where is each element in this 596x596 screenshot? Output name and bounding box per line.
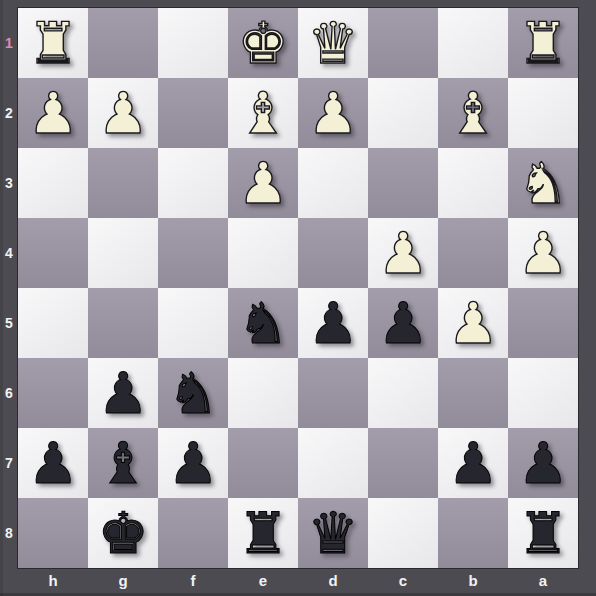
square-h7[interactable]: ♟	[18, 428, 88, 498]
black-king-g8[interactable]: ♚	[97, 498, 148, 568]
square-b8[interactable]	[438, 498, 508, 568]
square-a8[interactable]: ♜	[508, 498, 578, 568]
white-queen-d1[interactable]: ♛	[307, 8, 358, 78]
white-pawn-h2[interactable]: ♟	[27, 78, 78, 148]
white-knight-a3[interactable]: ♞	[517, 148, 568, 218]
file-label-g: g	[88, 569, 158, 591]
square-d1[interactable]: ♛	[298, 8, 368, 78]
square-e5[interactable]: ♞	[228, 288, 298, 358]
square-c8[interactable]	[368, 498, 438, 568]
square-f6[interactable]: ♞	[158, 358, 228, 428]
square-b6[interactable]	[438, 358, 508, 428]
square-g5[interactable]	[88, 288, 158, 358]
square-g2[interactable]: ♟	[88, 78, 158, 148]
white-bishop-b2[interactable]: ♝	[447, 78, 498, 148]
square-e6[interactable]	[228, 358, 298, 428]
square-d5[interactable]: ♟	[298, 288, 368, 358]
square-a5[interactable]	[508, 288, 578, 358]
square-d2[interactable]: ♟	[298, 78, 368, 148]
file-coordinates: hgfedcba	[18, 568, 578, 596]
square-d3[interactable]	[298, 148, 368, 218]
square-f1[interactable]	[158, 8, 228, 78]
square-g7[interactable]: ♝	[88, 428, 158, 498]
rank-label-7: 7	[0, 428, 18, 498]
square-g3[interactable]	[88, 148, 158, 218]
square-g8[interactable]: ♚	[88, 498, 158, 568]
square-e2[interactable]: ♝	[228, 78, 298, 148]
square-g4[interactable]	[88, 218, 158, 288]
rank-label-6: 6	[0, 358, 18, 428]
square-h5[interactable]	[18, 288, 88, 358]
black-pawn-g6[interactable]: ♟	[97, 358, 148, 428]
square-g1[interactable]	[88, 8, 158, 78]
chess-board: ♜♚♛♜♟♟♝♟♝♟♞♟♟♞♟♟♟♟♞♟♝♟♟♟♚♜♛♜	[18, 8, 578, 568]
square-e8[interactable]: ♜	[228, 498, 298, 568]
square-h8[interactable]	[18, 498, 88, 568]
white-king-e1[interactable]: ♚	[237, 8, 288, 78]
black-pawn-d5[interactable]: ♟	[307, 288, 358, 358]
square-h1[interactable]: ♜	[18, 8, 88, 78]
square-c1[interactable]	[368, 8, 438, 78]
black-knight-f6[interactable]: ♞	[167, 358, 218, 428]
rank-coordinates: 12345678	[0, 8, 18, 568]
square-e7[interactable]	[228, 428, 298, 498]
rank-label-2: 2	[0, 78, 18, 148]
square-a3[interactable]: ♞	[508, 148, 578, 218]
square-a7[interactable]: ♟	[508, 428, 578, 498]
square-c4[interactable]: ♟	[368, 218, 438, 288]
square-f2[interactable]	[158, 78, 228, 148]
file-label-e: e	[228, 569, 298, 591]
square-b2[interactable]: ♝	[438, 78, 508, 148]
rank-label-8: 8	[0, 498, 18, 568]
file-label-d: d	[298, 569, 368, 591]
white-pawn-b5[interactable]: ♟	[447, 288, 498, 358]
square-g6[interactable]: ♟	[88, 358, 158, 428]
square-f8[interactable]	[158, 498, 228, 568]
square-b4[interactable]	[438, 218, 508, 288]
file-label-a: a	[508, 569, 578, 591]
square-b3[interactable]	[438, 148, 508, 218]
square-d6[interactable]	[298, 358, 368, 428]
black-rook-e8[interactable]: ♜	[237, 498, 288, 568]
square-c5[interactable]: ♟	[368, 288, 438, 358]
square-a2[interactable]	[508, 78, 578, 148]
white-pawn-c4[interactable]: ♟	[377, 218, 428, 288]
white-rook-a1[interactable]: ♜	[517, 8, 568, 78]
chess-app: 12345678 ♜♚♛♜♟♟♝♟♝♟♞♟♟♞♟♟♟♟♞♟♝♟♟♟♚♜♛♜ hg…	[0, 0, 596, 596]
square-e3[interactable]: ♟	[228, 148, 298, 218]
white-bishop-e2[interactable]: ♝	[237, 78, 288, 148]
square-h2[interactable]: ♟	[18, 78, 88, 148]
square-f5[interactable]	[158, 288, 228, 358]
square-d4[interactable]	[298, 218, 368, 288]
black-rook-a8[interactable]: ♜	[517, 498, 568, 568]
square-b1[interactable]	[438, 8, 508, 78]
square-a1[interactable]: ♜	[508, 8, 578, 78]
black-knight-e5[interactable]: ♞	[237, 288, 288, 358]
square-e1[interactable]: ♚	[228, 8, 298, 78]
file-label-h: h	[18, 569, 88, 591]
white-pawn-a4[interactable]: ♟	[517, 218, 568, 288]
rank-label-3: 3	[0, 148, 18, 218]
black-pawn-a7[interactable]: ♟	[517, 428, 568, 498]
file-label-c: c	[368, 569, 438, 591]
square-c6[interactable]	[368, 358, 438, 428]
square-a4[interactable]: ♟	[508, 218, 578, 288]
square-c3[interactable]	[368, 148, 438, 218]
white-pawn-g2[interactable]: ♟	[97, 78, 148, 148]
black-bishop-g7[interactable]: ♝	[97, 428, 148, 498]
square-h6[interactable]	[18, 358, 88, 428]
square-b7[interactable]: ♟	[438, 428, 508, 498]
rank-label-1: 1	[0, 8, 18, 78]
square-h4[interactable]	[18, 218, 88, 288]
rank-label-5: 5	[0, 288, 18, 358]
white-rook-h1[interactable]: ♜	[27, 8, 78, 78]
file-label-f: f	[158, 569, 228, 591]
square-c2[interactable]	[368, 78, 438, 148]
white-pawn-e3[interactable]: ♟	[237, 148, 288, 218]
square-h3[interactable]	[18, 148, 88, 218]
board-frame: 12345678 ♜♚♛♜♟♟♝♟♝♟♞♟♟♞♟♟♟♟♞♟♝♟♟♟♚♜♛♜ hg…	[0, 0, 596, 596]
square-a6[interactable]	[508, 358, 578, 428]
right-border	[578, 8, 596, 568]
square-f3[interactable]	[158, 148, 228, 218]
top-border	[0, 0, 596, 8]
black-queen-d8[interactable]: ♛	[307, 498, 358, 568]
square-b5[interactable]: ♟	[438, 288, 508, 358]
black-pawn-h7[interactable]: ♟	[27, 428, 78, 498]
white-pawn-d2[interactable]: ♟	[307, 78, 358, 148]
square-d8[interactable]: ♛	[298, 498, 368, 568]
square-f4[interactable]	[158, 218, 228, 288]
black-pawn-c5[interactable]: ♟	[377, 288, 428, 358]
square-f7[interactable]: ♟	[158, 428, 228, 498]
black-pawn-f7[interactable]: ♟	[167, 428, 218, 498]
square-d7[interactable]	[298, 428, 368, 498]
rank-label-4: 4	[0, 218, 18, 288]
square-c7[interactable]	[368, 428, 438, 498]
black-pawn-b7[interactable]: ♟	[447, 428, 498, 498]
square-e4[interactable]	[228, 218, 298, 288]
file-label-b: b	[438, 569, 508, 591]
